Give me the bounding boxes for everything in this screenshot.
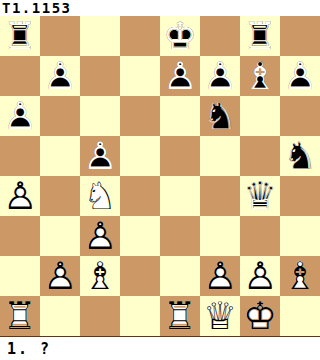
- piece-white-pawn[interactable]: ♟♙: [200, 256, 240, 296]
- square-b2[interactable]: ♟♙: [40, 256, 80, 296]
- piece-white-pawn[interactable]: ♟♙: [0, 176, 40, 216]
- white-knight-outline-icon: ♘: [80, 176, 120, 216]
- square-h4[interactable]: [280, 176, 320, 216]
- square-a8[interactable]: ♜♖: [0, 16, 40, 56]
- square-c4[interactable]: ♞♘: [80, 176, 120, 216]
- square-g2[interactable]: ♟♙: [240, 256, 280, 296]
- square-h6[interactable]: [280, 96, 320, 136]
- piece-black-knight[interactable]: ♞♘: [280, 136, 320, 176]
- square-c6[interactable]: [80, 96, 120, 136]
- square-d1[interactable]: [120, 296, 160, 336]
- square-f6[interactable]: ♞♘: [200, 96, 240, 136]
- square-g8[interactable]: ♜♖: [240, 16, 280, 56]
- white-king-outline-icon: ♔: [240, 296, 280, 336]
- piece-white-pawn[interactable]: ♟♙: [40, 256, 80, 296]
- square-h5[interactable]: ♞♘: [280, 136, 320, 176]
- white-bishop-outline-icon: ♗: [80, 256, 120, 296]
- square-e4[interactable]: [160, 176, 200, 216]
- square-f8[interactable]: [200, 16, 240, 56]
- piece-white-rook[interactable]: ♜♖: [160, 296, 200, 336]
- black-queen-outline-icon: ♕: [240, 176, 280, 216]
- square-a4[interactable]: ♟♙: [0, 176, 40, 216]
- black-rook-outline-icon: ♖: [240, 16, 280, 56]
- piece-black-knight[interactable]: ♞♘: [200, 96, 240, 136]
- piece-black-queen[interactable]: ♛♕: [240, 176, 280, 216]
- piece-black-pawn[interactable]: ♟♙: [200, 56, 240, 96]
- black-king-outline-icon: ♔: [160, 16, 200, 56]
- piece-white-bishop[interactable]: ♝♗: [280, 256, 320, 296]
- square-h3[interactable]: [280, 216, 320, 256]
- square-g7[interactable]: ♝♗: [240, 56, 280, 96]
- black-pawn-outline-icon: ♙: [80, 136, 120, 176]
- square-d6[interactable]: [120, 96, 160, 136]
- square-b6[interactable]: [40, 96, 80, 136]
- square-f3[interactable]: [200, 216, 240, 256]
- chess-board: ♜♖♚♔♜♖♟♙♟♙♟♙♝♗♟♙♟♙♞♘♟♙♞♘♟♙♞♘♛♕♟♙♟♙♝♗♟♙♟♙…: [0, 16, 320, 337]
- white-pawn-outline-icon: ♙: [0, 176, 40, 216]
- black-knight-outline-icon: ♘: [200, 96, 240, 136]
- black-bishop-outline-icon: ♗: [240, 56, 280, 96]
- square-d5[interactable]: [120, 136, 160, 176]
- piece-black-bishop[interactable]: ♝♗: [240, 56, 280, 96]
- square-f1[interactable]: ♛♕: [200, 296, 240, 336]
- square-e8[interactable]: ♚♔: [160, 16, 200, 56]
- square-c8[interactable]: [80, 16, 120, 56]
- square-g5[interactable]: [240, 136, 280, 176]
- white-pawn-outline-icon: ♙: [80, 216, 120, 256]
- square-b3[interactable]: [40, 216, 80, 256]
- black-pawn-outline-icon: ♙: [0, 96, 40, 136]
- white-queen-outline-icon: ♕: [200, 296, 240, 336]
- square-b4[interactable]: [40, 176, 80, 216]
- move-prompt: 1. ?: [0, 337, 320, 360]
- square-a1[interactable]: ♜♖: [0, 296, 40, 336]
- square-a2[interactable]: [0, 256, 40, 296]
- square-h7[interactable]: ♟♙: [280, 56, 320, 96]
- piece-black-pawn[interactable]: ♟♙: [80, 136, 120, 176]
- square-d3[interactable]: [120, 216, 160, 256]
- square-h1[interactable]: [280, 296, 320, 336]
- square-f5[interactable]: [200, 136, 240, 176]
- square-f4[interactable]: [200, 176, 240, 216]
- square-a7[interactable]: [0, 56, 40, 96]
- square-f2[interactable]: ♟♙: [200, 256, 240, 296]
- square-d8[interactable]: [120, 16, 160, 56]
- black-rook-outline-icon: ♖: [0, 16, 40, 56]
- square-c5[interactable]: ♟♙: [80, 136, 120, 176]
- black-pawn-outline-icon: ♙: [200, 56, 240, 96]
- piece-black-pawn[interactable]: ♟♙: [0, 96, 40, 136]
- piece-black-rook[interactable]: ♜♖: [0, 16, 40, 56]
- piece-white-king[interactable]: ♚♔: [240, 296, 280, 336]
- white-bishop-outline-icon: ♗: [280, 256, 320, 296]
- square-b7[interactable]: ♟♙: [40, 56, 80, 96]
- square-g6[interactable]: [240, 96, 280, 136]
- square-c7[interactable]: [80, 56, 120, 96]
- piece-black-king[interactable]: ♚♔: [160, 16, 200, 56]
- white-pawn-outline-icon: ♙: [200, 256, 240, 296]
- square-d2[interactable]: [120, 256, 160, 296]
- square-h2[interactable]: ♝♗: [280, 256, 320, 296]
- square-c3[interactable]: ♟♙: [80, 216, 120, 256]
- black-knight-outline-icon: ♘: [280, 136, 320, 176]
- square-b8[interactable]: [40, 16, 80, 56]
- square-a6[interactable]: ♟♙: [0, 96, 40, 136]
- white-rook-outline-icon: ♖: [160, 296, 200, 336]
- square-g1[interactable]: ♚♔: [240, 296, 280, 336]
- square-e3[interactable]: [160, 216, 200, 256]
- square-g4[interactable]: ♛♕: [240, 176, 280, 216]
- chess-puzzle-window: T1.1153 ♜♖♚♔♜♖♟♙♟♙♟♙♝♗♟♙♟♙♞♘♟♙♞♘♟♙♞♘♛♕♟♙…: [0, 0, 320, 360]
- white-rook-outline-icon: ♖: [0, 296, 40, 336]
- piece-white-bishop[interactable]: ♝♗: [80, 256, 120, 296]
- piece-black-pawn[interactable]: ♟♙: [40, 56, 80, 96]
- black-pawn-outline-icon: ♙: [40, 56, 80, 96]
- square-e6[interactable]: [160, 96, 200, 136]
- piece-black-pawn[interactable]: ♟♙: [160, 56, 200, 96]
- piece-black-rook[interactable]: ♜♖: [240, 16, 280, 56]
- square-b5[interactable]: [40, 136, 80, 176]
- square-e5[interactable]: [160, 136, 200, 176]
- white-pawn-outline-icon: ♙: [40, 256, 80, 296]
- square-a5[interactable]: [0, 136, 40, 176]
- square-e2[interactable]: [160, 256, 200, 296]
- piece-white-queen[interactable]: ♛♕: [200, 296, 240, 336]
- square-d7[interactable]: [120, 56, 160, 96]
- black-pawn-outline-icon: ♙: [160, 56, 200, 96]
- square-a3[interactable]: [0, 216, 40, 256]
- black-pawn-outline-icon: ♙: [280, 56, 320, 96]
- piece-white-pawn[interactable]: ♟♙: [240, 256, 280, 296]
- piece-white-pawn[interactable]: ♟♙: [80, 216, 120, 256]
- square-e7[interactable]: ♟♙: [160, 56, 200, 96]
- square-b1[interactable]: [40, 296, 80, 336]
- white-pawn-outline-icon: ♙: [240, 256, 280, 296]
- square-f7[interactable]: ♟♙: [200, 56, 240, 96]
- square-c2[interactable]: ♝♗: [80, 256, 120, 296]
- piece-white-rook[interactable]: ♜♖: [0, 296, 40, 336]
- piece-white-knight[interactable]: ♞♘: [80, 176, 120, 216]
- square-e1[interactable]: ♜♖: [160, 296, 200, 336]
- square-g3[interactable]: [240, 216, 280, 256]
- piece-black-pawn[interactable]: ♟♙: [280, 56, 320, 96]
- square-c1[interactable]: [80, 296, 120, 336]
- square-d4[interactable]: [120, 176, 160, 216]
- square-h8[interactable]: [280, 16, 320, 56]
